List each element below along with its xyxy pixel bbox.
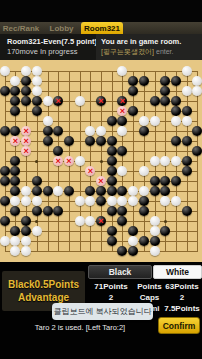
white-stone [21, 246, 31, 256]
white-stone [117, 66, 127, 76]
white-stone [192, 76, 202, 86]
info-bar: Room321-Even(7.5 point) 170move In progr… [0, 34, 202, 60]
black-stone [117, 246, 127, 256]
grid-line [197, 71, 198, 252]
white-stone: × [96, 176, 106, 186]
white-stone [150, 156, 160, 166]
black-stone [160, 226, 170, 236]
black-stone [128, 226, 138, 236]
white-caps: 2 [163, 292, 201, 303]
black-stone [64, 136, 74, 146]
white-stone [32, 66, 42, 76]
white-stone [160, 156, 170, 166]
black-stone [182, 106, 192, 116]
black-stone [96, 186, 106, 196]
black-stone [160, 186, 170, 196]
white-stone [117, 126, 127, 136]
dead-stone-x-mark: × [117, 96, 127, 106]
tab-rec-rank[interactable]: Rec/Rank [0, 22, 42, 34]
room-message-panel: You are in game room. [핑구는못생겼어] enter. [96, 34, 202, 60]
score-area: Black0.5Points Advantage Black White 71P… [0, 262, 202, 359]
black-stone [107, 236, 117, 246]
white-stone [75, 96, 85, 106]
white-stone [43, 96, 53, 106]
black-stone [53, 146, 63, 156]
white-stone [150, 246, 160, 256]
room-message: You are in game room. [101, 36, 202, 47]
white-stone [32, 86, 42, 96]
black-stone [53, 206, 63, 216]
dead-stone-x-mark: × [96, 176, 106, 186]
black-stone [64, 186, 74, 196]
star-point [100, 160, 103, 163]
black-stone [107, 226, 117, 236]
go-board[interactable]: ××××××××××××× [0, 60, 202, 262]
enter-message: [핑구는못생겼어] enter. [101, 47, 202, 57]
black-stone [96, 196, 106, 206]
grid-line [133, 71, 134, 252]
white-stone [85, 216, 95, 226]
white-stone [117, 166, 127, 176]
black-stone [139, 196, 149, 206]
white-stone: × [53, 156, 63, 166]
black-score-header[interactable]: Black [88, 265, 152, 279]
white-stone [182, 116, 192, 126]
dead-stone-x-mark: × [21, 136, 31, 146]
black-stone [0, 196, 10, 206]
black-stone [21, 86, 31, 96]
white-stone [150, 116, 160, 126]
white-stone [192, 86, 202, 96]
black-stone [32, 96, 42, 106]
black-stone [10, 86, 20, 96]
move-status: 170move In progress [7, 47, 96, 57]
black-stone [171, 106, 181, 116]
black-stone [117, 116, 127, 126]
black-stone [128, 76, 138, 86]
black-stone [160, 76, 170, 86]
black-points: 71Points [86, 281, 136, 292]
points-label: Points [136, 281, 163, 292]
grid-line [144, 71, 145, 252]
black-stone [160, 86, 170, 96]
black-stone [139, 206, 149, 216]
black-stone [171, 136, 181, 146]
star-point [164, 220, 167, 223]
black-stone [128, 86, 138, 96]
black-stone [107, 156, 117, 166]
black-stone [10, 96, 20, 106]
room-info-panel: Room321-Even(7.5 point) 170move In progr… [0, 34, 96, 60]
black-stone [139, 126, 149, 136]
black-stone [43, 136, 53, 146]
white-stone [139, 186, 149, 196]
black-stone [85, 136, 95, 146]
white-stone: × [10, 136, 20, 146]
black-stone [182, 136, 192, 146]
white-stone [53, 186, 63, 196]
white-stone [10, 76, 20, 86]
white-stone [85, 126, 95, 136]
dead-stone-x-mark: × [85, 166, 95, 176]
dead-stone-x-mark: × [96, 216, 106, 226]
status-bar [0, 0, 202, 22]
black-stone [139, 76, 149, 86]
black-stone [107, 166, 117, 176]
black-stone [171, 176, 181, 186]
white-stone [75, 216, 85, 226]
black-stone [43, 206, 53, 216]
white-stone [0, 236, 10, 246]
black-stone [182, 156, 192, 166]
dead-stone-x-mark: × [64, 156, 74, 166]
white-stone [21, 186, 31, 196]
star-point [35, 160, 38, 163]
black-stone [117, 206, 127, 216]
black-stone [53, 126, 63, 136]
white-stone [96, 126, 106, 136]
black-stone [96, 136, 106, 146]
black-stone [10, 226, 20, 236]
white-stone: × [117, 106, 127, 116]
black-stone [150, 236, 160, 246]
black-stone [0, 166, 10, 176]
player-nick: [핑구는못생겼어] [101, 48, 154, 55]
white-stone [21, 66, 31, 76]
white-stone [139, 166, 149, 176]
black-stone [117, 216, 127, 226]
enter-label: enter. [156, 48, 174, 55]
tab-bar: Rec/Rank Lobby Room321 [0, 22, 202, 34]
black-stone [21, 216, 31, 226]
black-stone [171, 76, 181, 86]
dead-stone-x-mark: × [21, 126, 31, 136]
star-point [35, 220, 38, 223]
white-stone [43, 116, 53, 126]
grid-line [5, 251, 199, 252]
dead-stone-x-mark: × [53, 96, 63, 106]
white-stone [182, 86, 192, 96]
white-stone [171, 196, 181, 206]
black-stone [0, 176, 10, 186]
black-stone [43, 186, 53, 196]
black-stone [107, 186, 117, 196]
white-stone [128, 196, 138, 206]
white-stone [171, 156, 181, 166]
white-points: 63Points [163, 281, 201, 292]
white-stone [0, 66, 10, 76]
white-stone [150, 216, 160, 226]
black-stone: × [117, 96, 127, 106]
black-stone [32, 206, 42, 216]
black-stone [107, 136, 117, 146]
black-stone [32, 186, 42, 196]
white-stone [32, 76, 42, 86]
black-stone [160, 176, 170, 186]
white-stone [75, 196, 85, 206]
white-stone: × [64, 156, 74, 166]
black-stone [150, 96, 160, 106]
black-stone [21, 76, 31, 86]
white-stone: × [21, 146, 31, 156]
white-score-header[interactable]: White [153, 265, 202, 279]
dead-stone-x-mark: × [10, 136, 20, 146]
black-stone [107, 176, 117, 186]
black-stone [10, 156, 20, 166]
dead-stone-x-mark: × [117, 106, 127, 116]
white-stone: × [21, 136, 31, 146]
confirm-button[interactable]: Confirm [158, 317, 200, 334]
black-stone: × [96, 96, 106, 106]
clipboard-toast: 클립보드에 복사되었습니다 [52, 303, 153, 320]
black-stone [160, 96, 170, 106]
black-stone [10, 186, 20, 196]
grid-line [5, 171, 199, 172]
black-stone: × [53, 96, 63, 106]
white-stone [160, 196, 170, 206]
black-stone [117, 186, 127, 196]
score-row-caps: 2 Caps 2 [86, 292, 201, 303]
black-stone [150, 186, 160, 196]
white-stone [85, 196, 95, 206]
black-stone [10, 176, 20, 186]
black-stone [10, 106, 20, 116]
white-stone: × [85, 166, 95, 176]
white-stone [75, 156, 85, 166]
black-stone [182, 166, 192, 176]
white-stone [10, 196, 20, 206]
black-stone [10, 126, 20, 136]
black-stone [32, 106, 42, 116]
black-stone [10, 166, 20, 176]
black-stone [182, 206, 192, 216]
dead-stone-x-mark: × [21, 146, 31, 156]
tab-room321[interactable]: Room321 [81, 22, 123, 34]
white-stone [10, 246, 20, 256]
black-stone [21, 96, 31, 106]
black-stone: × [96, 216, 106, 226]
tab-lobby[interactable]: Lobby [42, 22, 81, 34]
white-stone [107, 196, 117, 206]
white-stone [128, 236, 138, 246]
black-stone [128, 246, 138, 256]
black-stone [107, 146, 117, 156]
black-stone [171, 96, 181, 106]
white-stone [32, 196, 42, 206]
advantage-line1: Black0.5Points [8, 278, 79, 291]
black-stone [21, 226, 31, 236]
black-stone [0, 126, 10, 136]
dead-stone-x-mark: × [96, 96, 106, 106]
black-stone [107, 206, 117, 216]
black-stone [150, 176, 160, 186]
grid-line [5, 241, 199, 242]
white-stone [182, 66, 192, 76]
white-komi: 7.5Points [163, 303, 201, 314]
black-stone [192, 146, 202, 156]
white-stone [128, 186, 138, 196]
taro-status: Taro 2 is used. [Left Taro:2] [0, 323, 160, 332]
white-stone [10, 236, 20, 246]
white-stone [139, 116, 149, 126]
dead-stone-x-mark: × [53, 156, 63, 166]
black-stone [117, 146, 127, 156]
black-stone [10, 206, 20, 216]
white-stone [21, 196, 31, 206]
black-stone [192, 126, 202, 136]
black-stone [0, 216, 10, 226]
white-stone [21, 236, 31, 246]
white-stone: × [21, 126, 31, 136]
go-game-app: { "game": "Go (Baduk) 19x19 — counting p… [0, 0, 202, 359]
score-row-points: 71Points Points 63Points [86, 281, 201, 292]
black-caps: 2 [86, 292, 136, 303]
black-stone [128, 106, 138, 116]
white-stone [150, 226, 160, 236]
room-title: Room321-Even(7.5 point) [7, 36, 96, 47]
white-stone [171, 116, 181, 126]
caps-label: Caps [136, 292, 163, 303]
black-stone [107, 116, 117, 126]
black-stone [85, 186, 95, 196]
white-stone [32, 226, 42, 236]
black-stone [32, 176, 42, 186]
white-stone [117, 196, 127, 206]
black-stone [0, 86, 10, 96]
black-stone [43, 126, 53, 136]
black-stone [139, 236, 149, 246]
